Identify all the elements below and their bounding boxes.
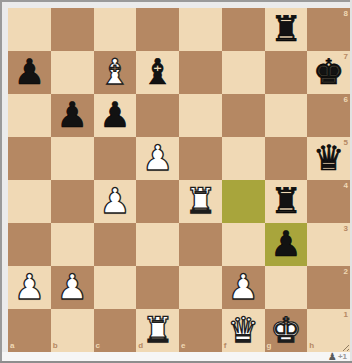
square-c5[interactable]	[94, 137, 137, 180]
square-b3[interactable]	[51, 223, 94, 266]
black-rook[interactable]: ♜	[270, 184, 301, 219]
square-b6[interactable]: ♟	[51, 94, 94, 137]
white-pawn[interactable]: ♟	[99, 184, 130, 219]
white-pawn[interactable]: ♟	[227, 270, 258, 305]
square-c6[interactable]: ♟	[94, 94, 137, 137]
square-h6[interactable]: 6	[307, 94, 350, 137]
black-pawn[interactable]: ♟	[14, 55, 45, 90]
square-c1[interactable]: c	[94, 309, 137, 352]
square-f4[interactable]	[222, 180, 265, 223]
file-label-b: b	[53, 342, 58, 350]
pawn-icon: ♟	[328, 352, 337, 362]
rank-label-3: 3	[344, 225, 348, 233]
square-b4[interactable]	[51, 180, 94, 223]
square-f5[interactable]	[222, 137, 265, 180]
square-h2[interactable]: 2	[307, 266, 350, 309]
white-pawn[interactable]: ♟	[14, 270, 45, 305]
square-e5[interactable]	[179, 137, 222, 180]
square-b8[interactable]	[51, 8, 94, 51]
rank-label-8: 8	[344, 10, 348, 18]
square-d1[interactable]: d♜	[136, 309, 179, 352]
square-e4[interactable]: ♜	[179, 180, 222, 223]
square-f3[interactable]	[222, 223, 265, 266]
square-g8[interactable]: ♜	[265, 8, 308, 51]
square-e6[interactable]	[179, 94, 222, 137]
rank-label-4: 4	[344, 182, 348, 190]
square-h4[interactable]: 4	[307, 180, 350, 223]
chess-board: ♜8♟♝♝7♚♟♟6♟5♛♟♜♜4♟3♟♟♟2abcd♜ef♛g♚1h	[8, 8, 350, 352]
white-pawn[interactable]: ♟	[56, 270, 87, 305]
square-g7[interactable]	[265, 51, 308, 94]
square-g4[interactable]: ♜	[265, 180, 308, 223]
square-d7[interactable]: ♝	[136, 51, 179, 94]
square-d5[interactable]: ♟	[136, 137, 179, 180]
square-a4[interactable]	[8, 180, 51, 223]
black-pawn[interactable]: ♟	[56, 98, 87, 133]
square-a7[interactable]: ♟	[8, 51, 51, 94]
square-h3[interactable]: 3	[307, 223, 350, 266]
file-label-h: h	[309, 342, 314, 350]
square-f1[interactable]: f♛	[222, 309, 265, 352]
square-g6[interactable]	[265, 94, 308, 137]
square-b7[interactable]	[51, 51, 94, 94]
square-e8[interactable]	[179, 8, 222, 51]
white-king[interactable]: ♚	[270, 313, 301, 348]
black-king[interactable]: ♚	[313, 55, 344, 90]
square-f8[interactable]	[222, 8, 265, 51]
square-d6[interactable]	[136, 94, 179, 137]
file-label-e: e	[181, 342, 185, 350]
white-rook[interactable]: ♜	[185, 184, 216, 219]
square-h7[interactable]: 7♚	[307, 51, 350, 94]
square-a8[interactable]	[8, 8, 51, 51]
square-a3[interactable]	[8, 223, 51, 266]
square-c2[interactable]	[94, 266, 137, 309]
square-g5[interactable]	[265, 137, 308, 180]
square-h1[interactable]: 1h	[307, 309, 350, 352]
square-e3[interactable]	[179, 223, 222, 266]
square-c7[interactable]: ♝	[94, 51, 137, 94]
black-pawn[interactable]: ♟	[99, 98, 130, 133]
square-f2[interactable]: ♟	[222, 266, 265, 309]
square-f6[interactable]	[222, 94, 265, 137]
file-label-c: c	[96, 342, 100, 350]
square-c8[interactable]	[94, 8, 137, 51]
white-rook[interactable]: ♜	[142, 313, 173, 348]
window-edge-top	[0, 0, 352, 2]
file-label-f: f	[224, 342, 227, 350]
square-e2[interactable]	[179, 266, 222, 309]
square-d8[interactable]	[136, 8, 179, 51]
square-a2[interactable]: ♟	[8, 266, 51, 309]
black-rook[interactable]: ♜	[270, 12, 301, 47]
black-pawn[interactable]: ♟	[270, 227, 301, 262]
file-label-a: a	[10, 342, 14, 350]
square-b2[interactable]: ♟	[51, 266, 94, 309]
material-advantage-indicator: ♟ +1	[328, 352, 347, 362]
square-a1[interactable]: a	[8, 309, 51, 352]
square-g2[interactable]	[265, 266, 308, 309]
square-e7[interactable]	[179, 51, 222, 94]
square-g1[interactable]: g♚	[265, 309, 308, 352]
square-c4[interactable]: ♟	[94, 180, 137, 223]
square-f7[interactable]	[222, 51, 265, 94]
square-d2[interactable]	[136, 266, 179, 309]
square-b5[interactable]	[51, 137, 94, 180]
square-d3[interactable]	[136, 223, 179, 266]
white-queen[interactable]: ♛	[227, 313, 258, 348]
black-queen[interactable]: ♛	[313, 141, 344, 176]
window-edge-left	[0, 0, 2, 363]
black-bishop[interactable]: ♝	[142, 55, 173, 90]
square-c3[interactable]	[94, 223, 137, 266]
status-bar: ♟ +1	[2, 352, 350, 361]
rank-label-1: 1	[344, 311, 348, 319]
material-advantage-value: +1	[338, 352, 347, 361]
square-d4[interactable]	[136, 180, 179, 223]
square-h5[interactable]: 5♛	[307, 137, 350, 180]
square-a6[interactable]	[8, 94, 51, 137]
square-a5[interactable]	[8, 137, 51, 180]
rank-label-6: 6	[344, 96, 348, 104]
square-b1[interactable]: b	[51, 309, 94, 352]
square-e1[interactable]: e	[179, 309, 222, 352]
white-bishop[interactable]: ♝	[99, 55, 130, 90]
rank-label-2: 2	[344, 268, 348, 276]
square-g3[interactable]: ♟	[265, 223, 308, 266]
white-pawn[interactable]: ♟	[142, 141, 173, 176]
square-h8[interactable]: 8	[307, 8, 350, 51]
